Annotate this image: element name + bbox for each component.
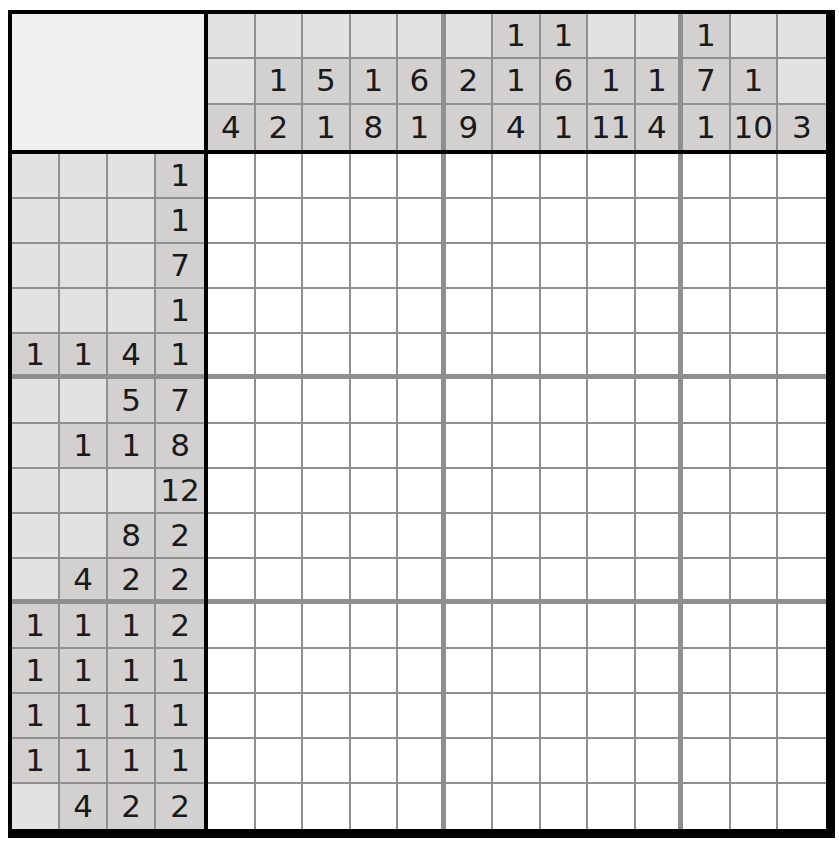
column-clue-cell: 6: [541, 59, 589, 104]
row-clue-cell: 1: [156, 694, 204, 739]
grid-cell[interactable]: [778, 559, 826, 604]
nonogram-board: 11115162161171421819411141103 1171114157…: [8, 10, 835, 838]
grid-cell[interactable]: [398, 424, 446, 469]
row-clue-cell: [60, 154, 108, 199]
grid-cell[interactable]: [541, 424, 589, 469]
grid-cell[interactable]: [541, 334, 589, 379]
column-clue-cell: 7: [683, 59, 731, 104]
grid-cell[interactable]: [636, 559, 684, 604]
grid-cell[interactable]: [303, 784, 351, 829]
row-clue-cell: [108, 154, 156, 199]
grid-cell[interactable]: [303, 694, 351, 739]
row-clue-cell: 8: [108, 514, 156, 559]
row-clue-cell: 2: [156, 559, 204, 604]
grid-cell[interactable]: [208, 154, 256, 199]
column-clue-cell: 2: [446, 59, 494, 104]
column-clue-cell: 6: [398, 59, 446, 104]
row-clues: 117111415711812824221112111111111111422: [12, 154, 204, 829]
row-clue-cell: 1: [12, 739, 60, 784]
grid-cell[interactable]: [541, 289, 589, 334]
grid-cell[interactable]: [588, 244, 636, 289]
row-clue-cell: [12, 424, 60, 469]
grid-cell[interactable]: [351, 784, 399, 829]
grid-cell[interactable]: [541, 604, 589, 649]
grid-cell[interactable]: [256, 334, 304, 379]
grid-cell[interactable]: [446, 559, 494, 604]
column-clue-cell: [351, 14, 399, 59]
grid-cell[interactable]: [493, 604, 541, 649]
row-clue-cell: 4: [108, 334, 156, 379]
grid-cell[interactable]: [778, 154, 826, 199]
row-clue-cell: 1: [12, 604, 60, 649]
grid-cell[interactable]: [303, 514, 351, 559]
grid-cell[interactable]: [778, 739, 826, 784]
grid-cell[interactable]: [541, 244, 589, 289]
grid-cell[interactable]: [398, 694, 446, 739]
grid-cell[interactable]: [303, 649, 351, 694]
grid-cell[interactable]: [588, 469, 636, 514]
row-clue-cell: 1: [12, 694, 60, 739]
row-clue-cell: [108, 244, 156, 289]
row-clue-cell: 4: [60, 559, 108, 604]
grid-cell[interactable]: [351, 694, 399, 739]
grid-cell[interactable]: [541, 199, 589, 244]
grid-cell[interactable]: [493, 739, 541, 784]
grid-cell[interactable]: [446, 649, 494, 694]
grid-cell[interactable]: [683, 694, 731, 739]
grid-cell[interactable]: [256, 379, 304, 424]
grid-cell[interactable]: [208, 694, 256, 739]
grid-cell[interactable]: [731, 424, 779, 469]
column-clue-cell: 9: [446, 105, 494, 150]
grid-cell[interactable]: [731, 649, 779, 694]
row-clue-cell: 2: [108, 784, 156, 829]
grid-cell[interactable]: [731, 469, 779, 514]
column-clue-cell: [256, 14, 304, 59]
row-clue-cell: [12, 469, 60, 514]
grid-cell[interactable]: [636, 694, 684, 739]
column-clue-cell: 1: [493, 59, 541, 104]
row-clue-cell: 7: [156, 379, 204, 424]
grid-cell[interactable]: [636, 469, 684, 514]
grid-cell[interactable]: [493, 559, 541, 604]
grid-cell[interactable]: [398, 379, 446, 424]
grid-cell[interactable]: [303, 739, 351, 784]
column-clue-cell: [778, 59, 826, 104]
grid-cell[interactable]: [493, 199, 541, 244]
grid-cell[interactable]: [588, 784, 636, 829]
grid-cell[interactable]: [683, 154, 731, 199]
row-clue-cell: 1: [108, 424, 156, 469]
column-clue-cell: 1: [541, 105, 589, 150]
column-clue-cell: [446, 14, 494, 59]
row-clue-cell: 8: [156, 424, 204, 469]
grid-cell[interactable]: [493, 379, 541, 424]
grid-cell[interactable]: [303, 154, 351, 199]
row-clue-cell: 5: [108, 379, 156, 424]
grid-cell[interactable]: [731, 154, 779, 199]
grid-cell[interactable]: [541, 739, 589, 784]
grid-cell[interactable]: [683, 559, 731, 604]
grid-cell[interactable]: [636, 649, 684, 694]
grid-cell[interactable]: [731, 199, 779, 244]
grid-cell[interactable]: [398, 559, 446, 604]
grid-cell[interactable]: [351, 199, 399, 244]
row-clue-cell: 1: [108, 604, 156, 649]
column-clue-cell: 1: [493, 14, 541, 59]
grid-cell[interactable]: [588, 649, 636, 694]
grid-cell[interactable]: [303, 379, 351, 424]
grid-cell[interactable]: [208, 649, 256, 694]
column-clue-cell: 1: [398, 105, 446, 150]
grid-cell[interactable]: [208, 784, 256, 829]
grid-cell[interactable]: [588, 559, 636, 604]
column-clues: 11115162161171421819411141103: [208, 14, 826, 150]
row-clue-cell: 1: [156, 199, 204, 244]
row-clue-cell: [12, 559, 60, 604]
grid-cell[interactable]: [398, 289, 446, 334]
grid-cell[interactable]: [683, 649, 731, 694]
grid-cell[interactable]: [683, 469, 731, 514]
row-clue-cell: [60, 289, 108, 334]
grid-cell[interactable]: [446, 424, 494, 469]
grid-cell[interactable]: [636, 199, 684, 244]
column-clue-cell: [731, 14, 779, 59]
grid-cell[interactable]: [446, 154, 494, 199]
grid-cell[interactable]: [636, 604, 684, 649]
grid-cell[interactable]: [493, 649, 541, 694]
grid-cell[interactable]: [208, 559, 256, 604]
grid-cell[interactable]: [256, 784, 304, 829]
grid-cell[interactable]: [636, 739, 684, 784]
row-clue-cell: 4: [60, 784, 108, 829]
grid-cell[interactable]: [778, 514, 826, 559]
grid-cell[interactable]: [778, 334, 826, 379]
row-clue-cell: [108, 199, 156, 244]
grid-cell[interactable]: [588, 514, 636, 559]
grid-cell[interactable]: [731, 334, 779, 379]
grid-cell[interactable]: [208, 514, 256, 559]
row-clue-cell: 1: [156, 649, 204, 694]
grid-cell[interactable]: [588, 199, 636, 244]
row-clue-cell: [12, 244, 60, 289]
grid-cell[interactable]: [731, 289, 779, 334]
grid-cell[interactable]: [351, 334, 399, 379]
grid-cell[interactable]: [351, 559, 399, 604]
grid-cell[interactable]: [778, 694, 826, 739]
row-clue-cell: [12, 289, 60, 334]
row-clue-cell: 1: [156, 289, 204, 334]
grid-cell[interactable]: [303, 244, 351, 289]
grid-cell[interactable]: [446, 514, 494, 559]
grid-cell[interactable]: [446, 739, 494, 784]
column-clue-cell: 4: [208, 105, 256, 150]
grid-cell[interactable]: [351, 289, 399, 334]
column-clue-cell: 1: [541, 14, 589, 59]
row-clue-cell: 1: [108, 649, 156, 694]
grid-cell[interactable]: [731, 739, 779, 784]
grid-cell[interactable]: [588, 694, 636, 739]
row-clue-cell: [108, 289, 156, 334]
grid-cell[interactable]: [303, 199, 351, 244]
grid-cell[interactable]: [398, 154, 446, 199]
grid-cell[interactable]: [398, 739, 446, 784]
grid-cell[interactable]: [493, 469, 541, 514]
grid-cell[interactable]: [256, 694, 304, 739]
grid-cell[interactable]: [683, 244, 731, 289]
grid-cell[interactable]: [493, 154, 541, 199]
grid-cell[interactable]: [398, 199, 446, 244]
grid-cell[interactable]: [778, 604, 826, 649]
grid-cell[interactable]: [683, 784, 731, 829]
grid-cell[interactable]: [303, 559, 351, 604]
grid-cell[interactable]: [446, 469, 494, 514]
column-clue-cell: 1: [683, 14, 731, 59]
grid-cell[interactable]: [541, 559, 589, 604]
grid-cell[interactable]: [636, 334, 684, 379]
grid-cell[interactable]: [256, 289, 304, 334]
grid-cell[interactable]: [778, 379, 826, 424]
row-clue-cell: 1: [12, 649, 60, 694]
row-clue-cell: 7: [156, 244, 204, 289]
grid-cell[interactable]: [588, 604, 636, 649]
grid-cell[interactable]: [398, 604, 446, 649]
grid-cell[interactable]: [351, 379, 399, 424]
grid-cell[interactable]: [398, 514, 446, 559]
grid-cell[interactable]: [541, 649, 589, 694]
grid-cell[interactable]: [208, 469, 256, 514]
grid-cell[interactable]: [778, 649, 826, 694]
row-clue-cell: 1: [60, 694, 108, 739]
grid-cell[interactable]: [778, 289, 826, 334]
grid-cell[interactable]: [541, 514, 589, 559]
grid-cell[interactable]: [446, 604, 494, 649]
row-clue-cell: [60, 469, 108, 514]
row-clue-cell: [60, 514, 108, 559]
column-clue-cell: [588, 14, 636, 59]
grid-cell[interactable]: [256, 604, 304, 649]
grid-cell[interactable]: [683, 379, 731, 424]
grid-cell[interactable]: [398, 244, 446, 289]
grid-cell[interactable]: [493, 334, 541, 379]
grid-cell[interactable]: [588, 154, 636, 199]
grid-cell[interactable]: [256, 739, 304, 784]
row-clue-cell: 1: [108, 694, 156, 739]
grid-cell[interactable]: [588, 739, 636, 784]
grid-cell[interactable]: [351, 154, 399, 199]
grid-cell[interactable]: [256, 559, 304, 604]
column-clue-cell: 1: [351, 59, 399, 104]
grid-cell[interactable]: [446, 244, 494, 289]
row-clue-cell: 1: [60, 739, 108, 784]
grid-cell[interactable]: [446, 784, 494, 829]
column-clue-cell: 4: [493, 105, 541, 150]
grid-cell[interactable]: [636, 514, 684, 559]
grid-cell[interactable]: [351, 604, 399, 649]
column-clue-cell: 1: [731, 59, 779, 104]
row-clue-cell: [60, 244, 108, 289]
grid-cell[interactable]: [398, 469, 446, 514]
grid-cell[interactable]: [351, 244, 399, 289]
row-clue-cell: 2: [156, 784, 204, 829]
row-clue-cell: [12, 379, 60, 424]
grid-cell[interactable]: [731, 784, 779, 829]
column-clue-cell: 11: [588, 105, 636, 150]
grid-cell[interactable]: [493, 289, 541, 334]
grid-cell[interactable]: [778, 199, 826, 244]
row-clue-cell: 2: [156, 604, 204, 649]
grid-cell[interactable]: [303, 424, 351, 469]
grid-cell[interactable]: [731, 514, 779, 559]
grid-cell[interactable]: [398, 334, 446, 379]
grid-cell[interactable]: [208, 289, 256, 334]
grid-cell[interactable]: [778, 244, 826, 289]
row-clue-cell: 1: [12, 334, 60, 379]
grid-cell[interactable]: [446, 694, 494, 739]
grid-cell[interactable]: [778, 784, 826, 829]
row-clue-cell: [108, 469, 156, 514]
row-clue-cell: 1: [156, 334, 204, 379]
column-clue-cell: [398, 14, 446, 59]
column-clue-cell: 5: [303, 59, 351, 104]
grid-cell[interactable]: [208, 199, 256, 244]
grid-cell[interactable]: [541, 694, 589, 739]
row-clue-cell: 12: [156, 469, 204, 514]
grid-cell[interactable]: [541, 154, 589, 199]
grid-cell[interactable]: [303, 604, 351, 649]
grid-cell[interactable]: [256, 244, 304, 289]
grid-cell[interactable]: [541, 379, 589, 424]
grid-cell[interactable]: [636, 244, 684, 289]
row-clue-cell: 1: [60, 649, 108, 694]
grid-cell[interactable]: [446, 289, 494, 334]
grid-cell[interactable]: [446, 199, 494, 244]
grid-cell[interactable]: [636, 379, 684, 424]
grid-cell[interactable]: [683, 289, 731, 334]
grid-cell[interactable]: [683, 604, 731, 649]
row-clue-cell: 2: [156, 514, 204, 559]
grid-cell[interactable]: [636, 784, 684, 829]
row-clue-cell: [12, 784, 60, 829]
column-clue-cell: [208, 59, 256, 104]
grid-cell[interactable]: [636, 424, 684, 469]
grid-cell[interactable]: [493, 424, 541, 469]
row-clue-cell: 1: [60, 334, 108, 379]
grid-cell[interactable]: [493, 244, 541, 289]
grid-cell[interactable]: [256, 199, 304, 244]
corner-block: [12, 14, 204, 150]
grid-cell[interactable]: [636, 289, 684, 334]
grid-cell[interactable]: [541, 469, 589, 514]
row-clue-cell: [12, 514, 60, 559]
column-clue-cell: 1: [636, 59, 684, 104]
grid-cell[interactable]: [731, 559, 779, 604]
column-clue-cell: 10: [731, 105, 779, 150]
row-clue-cell: 1: [60, 604, 108, 649]
grid-cell[interactable]: [731, 694, 779, 739]
grid-cell[interactable]: [208, 604, 256, 649]
grid-cell[interactable]: [256, 424, 304, 469]
row-clue-cell: 2: [108, 559, 156, 604]
column-clue-cell: 3: [778, 105, 826, 150]
column-clue-cell: 8: [351, 105, 399, 150]
row-clue-cell: 1: [156, 739, 204, 784]
column-clue-cell: 1: [683, 105, 731, 150]
grid-cell[interactable]: [256, 649, 304, 694]
grid-cell[interactable]: [683, 424, 731, 469]
column-clue-cell: 4: [636, 105, 684, 150]
grid-cell[interactable]: [541, 784, 589, 829]
grid-cell[interactable]: [588, 334, 636, 379]
puzzle-grid[interactable]: [208, 154, 826, 829]
grid-cell[interactable]: [588, 289, 636, 334]
grid-cell[interactable]: [588, 379, 636, 424]
grid-cell[interactable]: [588, 424, 636, 469]
grid-cell[interactable]: [208, 424, 256, 469]
grid-cell[interactable]: [731, 379, 779, 424]
grid-cell[interactable]: [683, 739, 731, 784]
grid-cell[interactable]: [446, 334, 494, 379]
grid-cell[interactable]: [256, 469, 304, 514]
column-clue-cell: 1: [303, 105, 351, 150]
row-clue-cell: 1: [156, 154, 204, 199]
grid-cell[interactable]: [256, 514, 304, 559]
column-clue-cell: [208, 14, 256, 59]
column-clue-cell: [778, 14, 826, 59]
row-clue-cell: [60, 379, 108, 424]
grid-cell[interactable]: [493, 514, 541, 559]
column-clue-cell: 2: [256, 105, 304, 150]
grid-cell[interactable]: [731, 604, 779, 649]
row-clue-cell: [12, 154, 60, 199]
grid-cell[interactable]: [493, 694, 541, 739]
grid-cell[interactable]: [208, 244, 256, 289]
row-clue-cell: 1: [108, 739, 156, 784]
grid-cell[interactable]: [446, 379, 494, 424]
grid-cell[interactable]: [683, 334, 731, 379]
row-clue-cell: [12, 199, 60, 244]
grid-cell[interactable]: [493, 784, 541, 829]
grid-cell[interactable]: [351, 514, 399, 559]
grid-cell[interactable]: [303, 469, 351, 514]
grid-cell[interactable]: [351, 739, 399, 784]
grid-cell[interactable]: [778, 424, 826, 469]
grid-cell[interactable]: [351, 649, 399, 694]
grid-cell[interactable]: [683, 199, 731, 244]
grid-cell[interactable]: [351, 424, 399, 469]
column-clue-cell: [303, 14, 351, 59]
grid-cell[interactable]: [303, 334, 351, 379]
grid-cell[interactable]: [208, 334, 256, 379]
grid-cell[interactable]: [208, 739, 256, 784]
grid-cell[interactable]: [398, 784, 446, 829]
grid-cell[interactable]: [303, 289, 351, 334]
grid-cell[interactable]: [398, 649, 446, 694]
grid-cell[interactable]: [208, 379, 256, 424]
grid-cell[interactable]: [636, 154, 684, 199]
row-clue-cell: [60, 199, 108, 244]
row-clue-cell: 1: [60, 424, 108, 469]
column-clue-cell: 1: [588, 59, 636, 104]
column-clue-cell: [636, 14, 684, 59]
grid-cell[interactable]: [731, 244, 779, 289]
grid-cell[interactable]: [256, 154, 304, 199]
column-clue-cell: 1: [256, 59, 304, 104]
grid-cell[interactable]: [351, 469, 399, 514]
grid-cell[interactable]: [778, 469, 826, 514]
grid-cell[interactable]: [683, 514, 731, 559]
